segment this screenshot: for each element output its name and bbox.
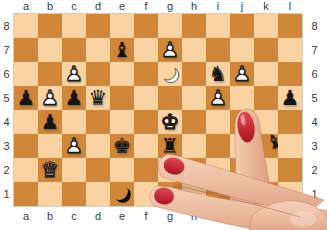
square-k6[interactable] xyxy=(254,62,278,86)
white-queen-piece: ♕ xyxy=(38,158,62,182)
file-label-top-c: c xyxy=(62,0,86,13)
square-k4[interactable] xyxy=(254,110,278,134)
square-h3[interactable] xyxy=(182,134,206,158)
rank-label-left-7: 7 xyxy=(0,38,13,62)
square-f2[interactable] xyxy=(134,158,158,182)
square-a7[interactable] xyxy=(14,38,38,62)
square-h5[interactable] xyxy=(182,86,206,110)
rank-label-right-5: 5 xyxy=(303,86,326,110)
rank-label-right-1: 1 xyxy=(303,182,326,206)
square-e8[interactable] xyxy=(110,14,134,38)
square-j2[interactable] xyxy=(230,158,254,182)
square-f5[interactable] xyxy=(134,86,158,110)
square-k1[interactable] xyxy=(254,182,278,206)
white-moon-piece xyxy=(158,62,182,86)
file-label-bottom-h: h xyxy=(182,207,206,226)
square-g6[interactable] xyxy=(158,62,182,86)
white-king-piece: ♚ xyxy=(158,110,182,134)
black-pawn-piece: ♟ xyxy=(38,110,62,134)
square-b7[interactable] xyxy=(38,38,62,62)
white-pawn-piece: ♟ xyxy=(62,134,86,158)
square-e1[interactable] xyxy=(110,182,134,206)
black-pawn-piece: ♟ xyxy=(278,86,302,110)
rank-label-right-7: 7 xyxy=(303,38,326,62)
file-label-top-d: d xyxy=(86,0,110,13)
rank-label-right-2: 2 xyxy=(303,158,326,182)
square-a3[interactable] xyxy=(14,134,38,158)
square-d3[interactable] xyxy=(86,134,110,158)
square-j3[interactable] xyxy=(230,134,254,158)
square-i3[interactable] xyxy=(206,134,230,158)
square-e4[interactable] xyxy=(110,110,134,134)
square-l7[interactable] xyxy=(278,38,302,62)
square-f7[interactable] xyxy=(134,38,158,62)
file-label-top-l: l xyxy=(278,0,302,13)
square-c4[interactable] xyxy=(62,110,86,134)
black-pawn-piece: ♟ xyxy=(62,86,86,110)
square-b5[interactable]: ♟♙ xyxy=(38,86,62,110)
square-a1[interactable] xyxy=(14,182,38,206)
square-d7[interactable] xyxy=(86,38,110,62)
file-label-bottom-g: g xyxy=(158,207,182,226)
black-bishop-piece: ♝ xyxy=(110,38,134,62)
square-l5[interactable]: ♟ xyxy=(278,86,302,110)
square-b6[interactable] xyxy=(38,62,62,86)
square-j1[interactable] xyxy=(230,182,254,206)
file-labels-bottom: abcdefghijkl xyxy=(14,207,302,226)
rank-label-right-8: 8 xyxy=(303,14,326,38)
file-label-bottom-b: b xyxy=(38,207,62,226)
square-d5[interactable]: ♛ xyxy=(86,86,110,110)
square-c7[interactable] xyxy=(62,38,86,62)
square-k2[interactable] xyxy=(254,158,278,182)
file-label-top-i: i xyxy=(206,0,230,13)
black-king-piece: ♚ xyxy=(110,134,134,158)
file-label-top-a: a xyxy=(14,0,38,13)
file-label-bottom-d: d xyxy=(86,207,110,226)
square-i4[interactable] xyxy=(206,110,230,134)
white-pawn-piece: ♙ xyxy=(62,62,86,86)
file-label-top-j: j xyxy=(230,0,254,13)
white-pawn-piece: ♙ xyxy=(206,86,230,110)
square-l1[interactable] xyxy=(278,182,302,206)
chess-board: ♝♟♙♟♙♞♟♙♟♟♙♟♛♟♙♟♟♚♔♟♙♚♜♝♛♕ xyxy=(14,14,302,206)
square-i1[interactable] xyxy=(206,182,230,206)
square-j5[interactable] xyxy=(230,86,254,110)
white-pawn-piece: ♟ xyxy=(230,62,254,86)
white-pawn-piece: ♟ xyxy=(206,86,230,110)
square-d1[interactable] xyxy=(86,182,110,206)
rank-label-left-5: 5 xyxy=(0,86,13,110)
square-d2[interactable] xyxy=(86,158,110,182)
square-k3[interactable]: ♝ xyxy=(254,134,278,158)
square-k8[interactable] xyxy=(254,14,278,38)
square-f4[interactable] xyxy=(134,110,158,134)
square-l3[interactable] xyxy=(278,134,302,158)
square-c2[interactable] xyxy=(62,158,86,182)
file-label-bottom-l: l xyxy=(278,207,302,226)
white-pawn-piece: ♙ xyxy=(230,62,254,86)
rank-label-left-8: 8 xyxy=(0,14,13,38)
square-g1[interactable] xyxy=(158,182,182,206)
square-f6[interactable] xyxy=(134,62,158,86)
square-g4[interactable]: ♚♔ xyxy=(158,110,182,134)
square-f1[interactable] xyxy=(134,182,158,206)
square-c3[interactable]: ♟♙ xyxy=(62,134,86,158)
square-c1[interactable] xyxy=(62,182,86,206)
white-queen-piece: ♛ xyxy=(38,158,62,182)
square-e3[interactable]: ♚ xyxy=(110,134,134,158)
file-label-top-k: k xyxy=(254,0,278,13)
square-a6[interactable] xyxy=(14,62,38,86)
square-e2[interactable] xyxy=(110,158,134,182)
rank-labels-left: 87654321 xyxy=(0,14,13,206)
square-l4[interactable] xyxy=(278,110,302,134)
crescent-moon-icon xyxy=(160,64,180,84)
crescent-moon-icon xyxy=(112,184,132,204)
file-label-bottom-k: k xyxy=(254,207,278,226)
file-label-top-b: b xyxy=(38,0,62,13)
rank-label-left-6: 6 xyxy=(0,62,13,86)
square-b1[interactable] xyxy=(38,182,62,206)
rank-label-right-4: 4 xyxy=(303,110,326,134)
square-c6[interactable]: ♟♙ xyxy=(62,62,86,86)
square-e6[interactable] xyxy=(110,62,134,86)
square-k7[interactable] xyxy=(254,38,278,62)
square-f3[interactable] xyxy=(134,134,158,158)
file-label-bottom-f: f xyxy=(134,207,158,226)
square-h7[interactable] xyxy=(182,38,206,62)
square-b4[interactable]: ♟ xyxy=(38,110,62,134)
square-i5[interactable]: ♟♙ xyxy=(206,86,230,110)
rank-labels-right: 87654321 xyxy=(303,14,326,206)
square-a5[interactable]: ♟ xyxy=(14,86,38,110)
black-knight-piece: ♞ xyxy=(206,62,230,86)
file-labels-top: abcdefghijkl xyxy=(14,0,302,13)
square-e7[interactable]: ♝ xyxy=(110,38,134,62)
square-j8[interactable] xyxy=(230,14,254,38)
square-d4[interactable] xyxy=(86,110,110,134)
square-j6[interactable]: ♟♙ xyxy=(230,62,254,86)
square-l2[interactable] xyxy=(278,158,302,182)
square-i7[interactable] xyxy=(206,38,230,62)
square-g2[interactable] xyxy=(158,158,182,182)
square-b8[interactable] xyxy=(38,14,62,38)
rank-label-left-1: 1 xyxy=(0,182,13,206)
square-c8[interactable] xyxy=(62,14,86,38)
white-pawn-piece: ♟ xyxy=(62,62,86,86)
square-l6[interactable] xyxy=(278,62,302,86)
chess-scene: abcdefghijkl abcdefghijkl 87654321 87654… xyxy=(0,0,327,230)
square-g3[interactable]: ♜ xyxy=(158,134,182,158)
file-label-bottom-e: e xyxy=(110,207,134,226)
white-pawn-piece: ♟ xyxy=(38,86,62,110)
square-b3[interactable] xyxy=(38,134,62,158)
file-label-bottom-c: c xyxy=(62,207,86,226)
rank-label-left-3: 3 xyxy=(0,134,13,158)
square-j4[interactable] xyxy=(230,110,254,134)
rank-label-right-3: 3 xyxy=(303,134,326,158)
square-h6[interactable] xyxy=(182,62,206,86)
square-h8[interactable] xyxy=(182,14,206,38)
file-label-bottom-j: j xyxy=(230,207,254,226)
square-b2[interactable]: ♛♕ xyxy=(38,158,62,182)
square-j7[interactable] xyxy=(230,38,254,62)
file-label-top-g: g xyxy=(158,0,182,13)
square-g5[interactable] xyxy=(158,86,182,110)
square-g7[interactable]: ♟♙ xyxy=(158,38,182,62)
square-i6[interactable]: ♞ xyxy=(206,62,230,86)
square-i2[interactable] xyxy=(206,158,230,182)
square-h1[interactable] xyxy=(182,182,206,206)
square-c5[interactable]: ♟ xyxy=(62,86,86,110)
file-label-top-e: e xyxy=(110,0,134,13)
square-a2[interactable] xyxy=(14,158,38,182)
rank-label-left-2: 2 xyxy=(0,158,13,182)
file-label-bottom-i: i xyxy=(206,207,230,226)
rank-label-left-4: 4 xyxy=(0,110,13,134)
file-label-bottom-a: a xyxy=(14,207,38,226)
black-pawn-piece: ♟ xyxy=(14,86,38,110)
file-label-top-h: h xyxy=(182,0,206,13)
white-pawn-piece: ♟ xyxy=(158,38,182,62)
square-i8[interactable] xyxy=(206,14,230,38)
white-pawn-piece: ♙ xyxy=(38,86,62,110)
square-d8[interactable] xyxy=(86,14,110,38)
square-d6[interactable] xyxy=(86,62,110,86)
square-a4[interactable] xyxy=(14,110,38,134)
square-g8[interactable] xyxy=(158,14,182,38)
black-rook-piece: ♜ xyxy=(158,134,182,158)
white-pawn-piece: ♙ xyxy=(62,134,86,158)
black-moon-piece xyxy=(110,182,134,206)
square-f8[interactable] xyxy=(134,14,158,38)
square-a8[interactable] xyxy=(14,14,38,38)
square-h2[interactable] xyxy=(182,158,206,182)
square-k5[interactable] xyxy=(254,86,278,110)
square-l8[interactable] xyxy=(278,14,302,38)
file-label-top-f: f xyxy=(134,0,158,13)
white-pawn-piece: ♙ xyxy=(158,38,182,62)
rank-label-right-6: 6 xyxy=(303,62,326,86)
white-king-piece: ♔ xyxy=(158,110,182,134)
square-h4[interactable] xyxy=(182,110,206,134)
square-e5[interactable] xyxy=(110,86,134,110)
black-queen-piece: ♛ xyxy=(86,86,110,110)
